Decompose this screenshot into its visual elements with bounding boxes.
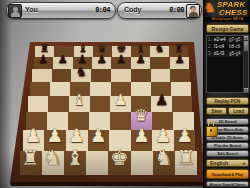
square-h4[interactable] [172,96,193,112]
scrollbar-thumb[interactable] [244,41,248,51]
square-a6[interactable] [32,69,52,82]
black-pawn-f7[interactable]: ♟ [136,54,146,66]
white-pawn-e4[interactable]: ♟ [114,93,127,108]
square-h6[interactable] [170,69,190,82]
sparkchess-app: ♜♝♛♚♝♞♜♟♟♟♟♟♟♟♞♝♟♟♛♟♟♟♟♟♟♟♜♞♝♚♞♜ You 0:0… [0,0,250,188]
square-h5[interactable] [171,82,191,96]
load-button[interactable]: Load [228,107,249,115]
scroll-up-icon[interactable]: ▲ [244,36,248,40]
square-d4[interactable] [90,96,111,112]
lock-keyhole [210,129,212,132]
save-button[interactable]: Save [206,107,227,115]
white-knight-g1[interactable]: ♞ [154,147,173,168]
square-d5[interactable] [90,82,110,96]
lock-icon [205,120,217,137]
square-g7[interactable] [150,57,169,69]
player-clock-cody: 0:00 [169,6,184,14]
cody-avatar [186,4,200,18]
black-move: b8-c6 [229,44,244,49]
about-sparkchess-button[interactable]: About SparkChess [206,181,249,187]
white-move: e2-e4 [214,37,229,42]
white-pawn-c2[interactable]: ♟ [68,127,85,146]
square-b5[interactable] [50,82,70,96]
avatar-body [189,12,198,18]
move-list-scrollbar[interactable]: ▲ ▼ [243,36,248,92]
move-number: 1. [207,37,214,42]
square-f5[interactable] [131,82,151,96]
move-number: 3. [207,51,214,56]
move-row: 1.e2-e4g7-g5 [207,36,248,43]
resign-game-button[interactable]: Resign Game [206,24,249,33]
logo-text-chess: CHESS [219,9,248,17]
white-pawn-h2[interactable]: ♟ [176,127,193,146]
black-knight-c6[interactable]: ♞ [76,66,87,79]
square-g6[interactable] [151,69,171,82]
white-rook-a1[interactable]: ♜ [21,147,40,168]
black-pawn-a7[interactable]: ♟ [38,54,48,66]
square-e6[interactable] [111,69,131,82]
move-row: 3.d1-f3g5-g4 [207,50,248,57]
square-f1[interactable] [131,151,153,175]
lock-body [206,126,218,137]
avatar-head [191,7,196,12]
player-name-cody: Cody [124,6,142,13]
white-king-e1[interactable]: ♚ [110,147,129,168]
white-bishop-c1[interactable]: ♝ [65,147,84,168]
player-name-you: You [25,6,38,13]
flame-knight-icon: ♞ [204,1,216,14]
option-edit-board-button[interactable]: Edit Board [206,150,249,157]
replay-pgn-button[interactable]: Replay PGN [206,97,249,105]
sparkchess-logo: ♞ SPARK CHESS [204,1,250,17]
square-d6[interactable] [91,69,111,82]
move-number: 2. [207,44,214,49]
language-dropdown[interactable]: English ▼ [206,159,249,167]
white-move: f1-c4 [214,44,229,49]
square-e3[interactable] [110,112,131,130]
square-a5[interactable] [30,82,50,96]
language-value: English [210,160,228,166]
square-f6[interactable] [131,69,151,82]
board-rank-6 [32,69,190,82]
white-rook-h1[interactable]: ♜ [177,147,196,168]
black-pawn-e7[interactable]: ♟ [116,54,126,66]
white-pawn-d2[interactable]: ♟ [90,127,107,146]
move-list: 1.e2-e4g7-g52.f1-c4b8-c63.d1-f3g5-g4 ▲ ▼ [206,35,249,93]
move-rows: 1.e2-e4g7-g52.f1-c4b8-c63.d1-f3g5-g4 [207,36,248,57]
white-move: d1-f3 [214,51,229,56]
option-flip-board-button[interactable]: Flip the Board [206,142,249,149]
you-avatar [8,4,22,18]
player-bar-cody: Cody 0:00 [117,2,202,19]
black-move: g5-g4 [229,51,244,56]
white-queen-f3[interactable]: ♛ [134,109,149,126]
square-b4[interactable] [48,96,69,112]
white-pawn-g2[interactable]: ♟ [155,127,172,146]
white-bishop-c4[interactable]: ♝ [72,93,85,108]
white-pawn-f2[interactable]: ♟ [133,127,150,146]
move-row: 2.f1-c4b8-c6 [207,43,248,50]
avatar-head [13,7,18,12]
black-knight-g8[interactable]: ♞ [155,43,165,54]
black-move: g7-g5 [229,37,244,42]
player-clock-you: 0:04 [95,6,110,14]
download-play-offline-button[interactable]: Download & Play Offline [206,169,249,179]
black-pawn-b7[interactable]: ♟ [58,54,68,66]
logo-tagline: Multiplayer BETA [204,17,250,22]
square-d1[interactable] [86,151,108,175]
white-pawn-b2[interactable]: ♟ [47,127,64,146]
sidebar: ♞ SPARK CHESS Multiplayer BETA Resign Ga… [203,0,250,188]
avatar-body [11,12,20,18]
chevron-down-icon: ▼ [242,160,246,167]
black-pawn-g4[interactable]: ♟ [155,93,168,108]
white-pawn-a2[interactable]: ♟ [25,127,42,146]
black-pawn-h7[interactable]: ♟ [175,54,185,66]
scroll-down-icon[interactable]: ▼ [244,88,248,92]
black-pawn-d7[interactable]: ♟ [97,54,107,66]
square-a4[interactable] [28,96,49,112]
player-bar-you: You 0:04 [6,2,116,19]
square-b6[interactable] [52,69,72,82]
white-knight-b1[interactable]: ♞ [43,147,62,168]
